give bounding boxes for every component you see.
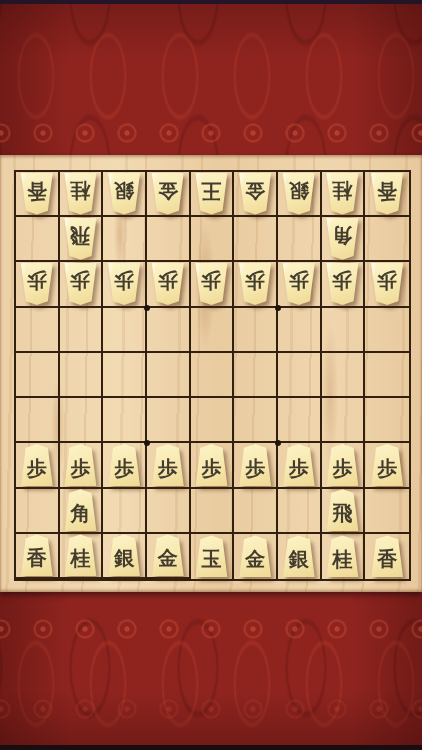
- koma-kanji: 歩: [289, 271, 309, 291]
- piece-knight-gote[interactable]: 桂: [324, 173, 361, 215]
- board-cell[interactable]: 金: [234, 534, 278, 579]
- koma-shape: 桂: [62, 173, 99, 215]
- piece-pawn-gote[interactable]: 歩: [193, 263, 230, 305]
- board-cell[interactable]: 金: [147, 534, 191, 579]
- piece-pawn-gote[interactable]: 歩: [280, 263, 317, 305]
- board-cell[interactable]: [278, 308, 322, 353]
- board-cell[interactable]: 歩: [60, 443, 104, 488]
- piece-knight-sente[interactable]: 桂: [62, 534, 99, 576]
- koma-kanji: 歩: [114, 271, 134, 291]
- koma-shape: 飛: [324, 489, 361, 531]
- board-cell[interactable]: [278, 217, 322, 262]
- koma-shape: 歩: [324, 444, 361, 486]
- board-cell[interactable]: [365, 217, 409, 262]
- piece-pawn-gote[interactable]: 歩: [369, 263, 406, 305]
- piece-pawn-gote[interactable]: 歩: [62, 263, 99, 305]
- koma-kanji: 角: [70, 503, 90, 523]
- koma-shape: 歩: [237, 263, 274, 305]
- board-cell[interactable]: [234, 308, 278, 353]
- piece-silver-sente[interactable]: 銀: [106, 534, 143, 576]
- koma-shape: 香: [369, 535, 406, 577]
- board-cell[interactable]: [191, 217, 235, 262]
- board-cell[interactable]: [365, 308, 409, 353]
- piece-pawn-sente[interactable]: 歩: [149, 444, 186, 486]
- board-cell[interactable]: 桂: [60, 172, 104, 217]
- board-cell[interactable]: 歩: [191, 443, 235, 488]
- koma-shape: 王: [193, 173, 230, 215]
- piece-pawn-gote[interactable]: 歩: [324, 263, 361, 305]
- app-screen: 香桂銀金王金銀桂香飛角歩歩歩歩歩歩歩歩歩歩歩歩歩歩歩歩歩歩角飛香桂銀金玉金銀桂香: [0, 0, 422, 750]
- koma-kanji: 歩: [70, 271, 90, 291]
- board-cell[interactable]: [322, 353, 366, 398]
- piece-pawn-sente[interactable]: 歩: [280, 444, 317, 486]
- shogi-board: 香桂銀金王金銀桂香飛角歩歩歩歩歩歩歩歩歩歩歩歩歩歩歩歩歩歩角飛香桂銀金玉金銀桂香: [0, 155, 422, 592]
- board-cell[interactable]: 金: [147, 172, 191, 217]
- piece-gold-sente[interactable]: 金: [149, 534, 186, 576]
- koma-kanji: 香: [27, 181, 47, 201]
- koma-kanji: 香: [377, 181, 397, 201]
- board-cell[interactable]: [191, 308, 235, 353]
- piece-pawn-sente[interactable]: 歩: [18, 444, 55, 486]
- board-cell[interactable]: 銀: [103, 172, 147, 217]
- board-cell[interactable]: 歩: [234, 262, 278, 307]
- board-cell[interactable]: 歩: [147, 443, 191, 488]
- board-grid: 香桂銀金王金銀桂香飛角歩歩歩歩歩歩歩歩歩歩歩歩歩歩歩歩歩歩角飛香桂銀金玉金銀桂香: [14, 170, 411, 581]
- koma-kanji: 角: [332, 226, 352, 246]
- koma-shape: 角: [324, 218, 361, 260]
- board-cell[interactable]: [103, 353, 147, 398]
- piece-gold-sente[interactable]: 金: [237, 535, 274, 577]
- board-cell[interactable]: 香: [16, 534, 60, 579]
- board-cell[interactable]: [60, 353, 104, 398]
- koma-kanji: 王: [201, 181, 221, 201]
- koma-kanji: 歩: [27, 271, 47, 291]
- koma-kanji: 歩: [332, 458, 352, 478]
- koma-kanji: 金: [158, 548, 178, 568]
- koma-shape: 歩: [106, 444, 143, 486]
- koma-shape: 飛: [62, 218, 99, 260]
- koma-shape: 玉: [193, 535, 230, 577]
- koma-shape: 歩: [62, 444, 99, 486]
- board-cell[interactable]: [103, 489, 147, 534]
- board-cell[interactable]: 歩: [103, 443, 147, 488]
- piece-lance-sente[interactable]: 香: [369, 535, 406, 577]
- koma-shape: 歩: [106, 263, 143, 305]
- koma-shape: 金: [149, 534, 186, 576]
- board-cell[interactable]: [191, 489, 235, 534]
- board-cell[interactable]: [234, 489, 278, 534]
- board-cell[interactable]: 金: [234, 172, 278, 217]
- koma-kanji: 銀: [114, 548, 134, 568]
- koma-kanji: 歩: [201, 458, 221, 478]
- koma-kanji: 金: [158, 181, 178, 201]
- piece-knight-gote[interactable]: 桂: [62, 173, 99, 215]
- star-point: [275, 440, 281, 446]
- board-cell[interactable]: [16, 398, 60, 443]
- piece-lance-gote[interactable]: 香: [369, 173, 406, 215]
- board-cell[interactable]: [16, 308, 60, 353]
- board-cell[interactable]: [278, 489, 322, 534]
- piece-pawn-sente[interactable]: 歩: [106, 444, 143, 486]
- koma-shape: 歩: [280, 263, 317, 305]
- koma-kanji: 歩: [158, 458, 178, 478]
- board-cell[interactable]: [365, 398, 409, 443]
- board-cell[interactable]: 歩: [103, 262, 147, 307]
- board-cell[interactable]: 歩: [16, 262, 60, 307]
- piece-silver-gote[interactable]: 銀: [106, 173, 143, 215]
- koma-shape: 角: [62, 489, 99, 531]
- board-cell[interactable]: 歩: [191, 262, 235, 307]
- top-edge-strip: [0, 0, 422, 4]
- koma-kanji: 飛: [70, 226, 90, 246]
- koma-kanji: 歩: [201, 271, 221, 291]
- board-cell[interactable]: 香: [365, 172, 409, 217]
- koma-shape: 桂: [324, 535, 361, 577]
- board-cell[interactable]: 銀: [278, 534, 322, 579]
- board-cell[interactable]: [365, 489, 409, 534]
- board-cell[interactable]: 歩: [322, 262, 366, 307]
- koma-shape: 銀: [106, 534, 143, 576]
- board-cell[interactable]: 王: [191, 172, 235, 217]
- koma-kanji: 桂: [332, 181, 352, 201]
- board-cell[interactable]: [365, 353, 409, 398]
- piece-bishop-gote[interactable]: 角: [324, 218, 361, 260]
- board-cell[interactable]: [278, 353, 322, 398]
- koma-shape: 歩: [193, 263, 230, 305]
- koma-shape: 金: [149, 173, 186, 215]
- koma-kanji: 歩: [377, 271, 397, 291]
- koma-shape: 香: [369, 173, 406, 215]
- board-cell[interactable]: [60, 308, 104, 353]
- koma-shape: 歩: [237, 444, 274, 486]
- board-cell[interactable]: 歩: [278, 262, 322, 307]
- board-cell[interactable]: 歩: [278, 443, 322, 488]
- board-cell[interactable]: 角: [322, 217, 366, 262]
- piece-gold-gote[interactable]: 金: [149, 173, 186, 215]
- piece-lance-gote[interactable]: 香: [18, 173, 55, 215]
- koma-kanji: 桂: [70, 548, 90, 568]
- piece-king-sente[interactable]: 玉: [193, 535, 230, 577]
- koma-shape: 金: [237, 535, 274, 577]
- koma-shape: 香: [18, 534, 55, 576]
- board-cell[interactable]: 歩: [147, 262, 191, 307]
- piece-lance-sente[interactable]: 香: [18, 534, 55, 576]
- board-cell[interactable]: 歩: [234, 443, 278, 488]
- koma-shape: 金: [237, 173, 274, 215]
- koma-kanji: 金: [245, 181, 265, 201]
- koma-kanji: 桂: [332, 549, 352, 569]
- koma-shape: 歩: [193, 444, 230, 486]
- piece-king-gote[interactable]: 王: [193, 173, 230, 215]
- board-cell[interactable]: [147, 308, 191, 353]
- board-cell[interactable]: 銀: [278, 172, 322, 217]
- board-cell[interactable]: 銀: [103, 534, 147, 579]
- koma-kanji: 香: [27, 548, 47, 568]
- piece-pawn-gote[interactable]: 歩: [237, 263, 274, 305]
- piece-pawn-gote[interactable]: 歩: [106, 263, 143, 305]
- koma-kanji: 歩: [332, 271, 352, 291]
- koma-shape: 桂: [62, 534, 99, 576]
- board-cell[interactable]: 桂: [322, 172, 366, 217]
- piece-pawn-sente[interactable]: 歩: [62, 444, 99, 486]
- koma-shape: 銀: [106, 173, 143, 215]
- koma-shape: 香: [18, 173, 55, 215]
- board-cell[interactable]: [234, 217, 278, 262]
- piece-bishop-sente[interactable]: 角: [62, 489, 99, 531]
- koma-shape: 歩: [149, 444, 186, 486]
- board-cell[interactable]: 香: [365, 534, 409, 579]
- koma-kanji: 歩: [289, 458, 309, 478]
- piece-pawn-sente[interactable]: 歩: [369, 444, 406, 486]
- board-cell[interactable]: 歩: [60, 262, 104, 307]
- koma-shape: 桂: [324, 173, 361, 215]
- board-cell[interactable]: [16, 217, 60, 262]
- koma-kanji: 銀: [114, 181, 134, 201]
- koma-shape: 銀: [280, 173, 317, 215]
- koma-shape: 歩: [369, 444, 406, 486]
- board-cell[interactable]: [322, 398, 366, 443]
- koma-kanji: 銀: [289, 549, 309, 569]
- board-cell[interactable]: [103, 217, 147, 262]
- board-cell[interactable]: [191, 398, 235, 443]
- board-cell[interactable]: 飛: [60, 217, 104, 262]
- board-cell[interactable]: 玉: [191, 534, 235, 579]
- koma-shape: 歩: [324, 263, 361, 305]
- koma-kanji: 歩: [114, 458, 134, 478]
- board-cell[interactable]: 香: [16, 172, 60, 217]
- koma-kanji: 歩: [27, 458, 47, 478]
- piece-rook-gote[interactable]: 飛: [62, 218, 99, 260]
- koma-kanji: 歩: [245, 271, 265, 291]
- board-cell[interactable]: [16, 353, 60, 398]
- board-cell[interactable]: 歩: [322, 443, 366, 488]
- board-cell[interactable]: [278, 398, 322, 443]
- koma-kanji: 玉: [201, 549, 221, 569]
- board-cell[interactable]: [103, 308, 147, 353]
- board-cell[interactable]: [191, 353, 235, 398]
- board-cell[interactable]: [147, 489, 191, 534]
- piece-pawn-sente[interactable]: 歩: [237, 444, 274, 486]
- koma-kanji: 香: [377, 549, 397, 569]
- board-cell[interactable]: [147, 398, 191, 443]
- koma-shape: 歩: [280, 444, 317, 486]
- board-cell[interactable]: 桂: [322, 534, 366, 579]
- piece-pawn-sente[interactable]: 歩: [324, 444, 361, 486]
- board-cell[interactable]: [103, 398, 147, 443]
- piece-knight-sente[interactable]: 桂: [324, 535, 361, 577]
- board-cell[interactable]: [322, 308, 366, 353]
- koma-kanji: 歩: [245, 458, 265, 478]
- piece-pawn-gote[interactable]: 歩: [149, 263, 186, 305]
- board-cell[interactable]: [234, 398, 278, 443]
- piece-silver-gote[interactable]: 銀: [280, 173, 317, 215]
- piece-pawn-sente[interactable]: 歩: [193, 444, 230, 486]
- piece-rook-sente[interactable]: 飛: [324, 489, 361, 531]
- koma-shape: 銀: [280, 535, 317, 577]
- board-cell[interactable]: 歩: [365, 443, 409, 488]
- board-cell[interactable]: [60, 398, 104, 443]
- koma-kanji: 歩: [158, 271, 178, 291]
- koma-shape: 歩: [18, 444, 55, 486]
- piece-gold-gote[interactable]: 金: [237, 173, 274, 215]
- koma-shape: 歩: [369, 263, 406, 305]
- koma-kanji: 歩: [377, 458, 397, 478]
- koma-shape: 歩: [62, 263, 99, 305]
- koma-kanji: 桂: [70, 181, 90, 201]
- koma-shape: 歩: [18, 263, 55, 305]
- piece-silver-sente[interactable]: 銀: [280, 535, 317, 577]
- koma-kanji: 飛: [332, 503, 352, 523]
- board-cell[interactable]: 飛: [322, 489, 366, 534]
- board-cell[interactable]: [16, 489, 60, 534]
- board-cell[interactable]: 歩: [365, 262, 409, 307]
- board-cell[interactable]: 桂: [60, 534, 104, 579]
- star-point: [144, 305, 150, 311]
- koma-kanji: 歩: [70, 458, 90, 478]
- board-cell[interactable]: [234, 353, 278, 398]
- board-cell[interactable]: 歩: [16, 443, 60, 488]
- koma-kanji: 銀: [289, 181, 309, 201]
- star-point: [144, 440, 150, 446]
- koma-shape: 歩: [149, 263, 186, 305]
- piece-pawn-gote[interactable]: 歩: [18, 263, 55, 305]
- koma-kanji: 金: [245, 549, 265, 569]
- board-cell[interactable]: [147, 217, 191, 262]
- star-point: [275, 305, 281, 311]
- board-cell[interactable]: [147, 353, 191, 398]
- board-cell[interactable]: 角: [60, 489, 104, 534]
- bottom-edge-strip: [0, 745, 422, 750]
